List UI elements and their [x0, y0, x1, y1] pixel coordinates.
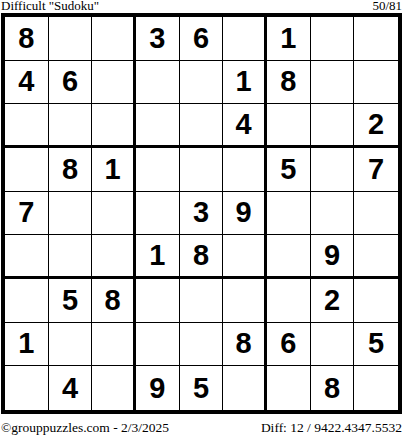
cell-r5c4[interactable] — [136, 192, 180, 236]
cell-r7c2-given: 5 — [49, 279, 93, 323]
cell-r8c1-given: 1 — [5, 323, 49, 367]
sudoku-page: Difficult "Sudoku" 50/81 836146184281577… — [0, 0, 403, 437]
cell-r2c1-given: 4 — [5, 61, 49, 105]
cell-r2c8[interactable] — [311, 61, 355, 105]
cell-r6c7[interactable] — [267, 235, 311, 279]
cell-r7c6[interactable] — [223, 279, 267, 323]
copyright-date-text: ©grouppuzzles.com - 2/3/2025 — [1, 420, 169, 435]
cell-r6c1[interactable] — [5, 235, 49, 279]
cell-r1c9[interactable] — [354, 17, 398, 61]
cell-r9c6[interactable] — [223, 366, 267, 410]
difficulty-text: Diff: 12 / 9422.4347.5532 — [261, 420, 402, 435]
cell-r6c4-given: 1 — [136, 235, 180, 279]
cell-r2c3[interactable] — [92, 61, 136, 105]
cell-r1c7-given: 1 — [267, 17, 311, 61]
cell-r7c7[interactable] — [267, 279, 311, 323]
cell-r6c5-given: 8 — [180, 235, 224, 279]
cell-r8c9-given: 5 — [354, 323, 398, 367]
cell-r8c6-given: 8 — [223, 323, 267, 367]
cell-r9c9[interactable] — [354, 366, 398, 410]
cell-r1c3[interactable] — [92, 17, 136, 61]
cell-r4c2-given: 8 — [49, 148, 93, 192]
cell-r6c6[interactable] — [223, 235, 267, 279]
puzzle-title: Difficult "Sudoku" — [1, 0, 99, 12]
cell-r7c1[interactable] — [5, 279, 49, 323]
cell-r5c5-given: 3 — [180, 192, 224, 236]
cell-r3c9-given: 2 — [354, 104, 398, 148]
cell-r3c6-given: 4 — [223, 104, 267, 148]
cell-r4c4[interactable] — [136, 148, 180, 192]
sudoku-board: 8361461842815773918958218654958 — [1, 13, 402, 414]
cell-r1c2[interactable] — [49, 17, 93, 61]
cell-r5c2[interactable] — [49, 192, 93, 236]
cell-r4c6[interactable] — [223, 148, 267, 192]
cell-r2c5[interactable] — [180, 61, 224, 105]
cell-r7c3-given: 8 — [92, 279, 136, 323]
cell-r2c4[interactable] — [136, 61, 180, 105]
cell-r5c6-given: 9 — [223, 192, 267, 236]
cell-r5c1-given: 7 — [5, 192, 49, 236]
cell-r9c2-given: 4 — [49, 366, 93, 410]
cell-r2c7-given: 8 — [267, 61, 311, 105]
cell-r3c8[interactable] — [311, 104, 355, 148]
cell-r9c8-given: 8 — [311, 366, 355, 410]
cell-r7c9[interactable] — [354, 279, 398, 323]
cell-r7c8-given: 2 — [311, 279, 355, 323]
cell-r8c5[interactable] — [180, 323, 224, 367]
cell-r3c1[interactable] — [5, 104, 49, 148]
cell-r7c5[interactable] — [180, 279, 224, 323]
cell-r6c2[interactable] — [49, 235, 93, 279]
cell-r8c3[interactable] — [92, 323, 136, 367]
empty-count-badge: 50/81 — [372, 0, 402, 12]
cell-r8c8[interactable] — [311, 323, 355, 367]
cell-r6c8-given: 9 — [311, 235, 355, 279]
cell-r3c4[interactable] — [136, 104, 180, 148]
cell-r4c7-given: 5 — [267, 148, 311, 192]
cell-r4c9-given: 7 — [354, 148, 398, 192]
cell-r1c1-given: 8 — [5, 17, 49, 61]
cell-r9c3[interactable] — [92, 366, 136, 410]
cell-r8c4[interactable] — [136, 323, 180, 367]
cell-r3c3[interactable] — [92, 104, 136, 148]
cell-r5c7[interactable] — [267, 192, 311, 236]
cell-r4c1[interactable] — [5, 148, 49, 192]
cell-r9c1[interactable] — [5, 366, 49, 410]
cell-r3c5[interactable] — [180, 104, 224, 148]
cell-r3c2[interactable] — [49, 104, 93, 148]
cell-r5c3[interactable] — [92, 192, 136, 236]
puzzle-header: Difficult "Sudoku" 50/81 — [1, 0, 402, 12]
cell-r8c2[interactable] — [49, 323, 93, 367]
cell-r7c4[interactable] — [136, 279, 180, 323]
cell-r1c6[interactable] — [223, 17, 267, 61]
cell-r9c5-given: 5 — [180, 366, 224, 410]
cell-r1c8[interactable] — [311, 17, 355, 61]
cell-r2c9[interactable] — [354, 61, 398, 105]
cell-r9c7[interactable] — [267, 366, 311, 410]
cell-r9c4-given: 9 — [136, 366, 180, 410]
cell-r4c3-given: 1 — [92, 148, 136, 192]
cell-r2c2-given: 6 — [49, 61, 93, 105]
puzzle-footer: ©grouppuzzles.com - 2/3/2025 Diff: 12 / … — [1, 420, 402, 435]
cell-r4c8[interactable] — [311, 148, 355, 192]
cell-r1c5-given: 6 — [180, 17, 224, 61]
cell-r6c3[interactable] — [92, 235, 136, 279]
cell-r3c7[interactable] — [267, 104, 311, 148]
cell-r2c6-given: 1 — [223, 61, 267, 105]
cell-r5c8[interactable] — [311, 192, 355, 236]
cell-r6c9[interactable] — [354, 235, 398, 279]
cell-r1c4-given: 3 — [136, 17, 180, 61]
cell-r8c7-given: 6 — [267, 323, 311, 367]
cell-r5c9[interactable] — [354, 192, 398, 236]
cell-r4c5[interactable] — [180, 148, 224, 192]
